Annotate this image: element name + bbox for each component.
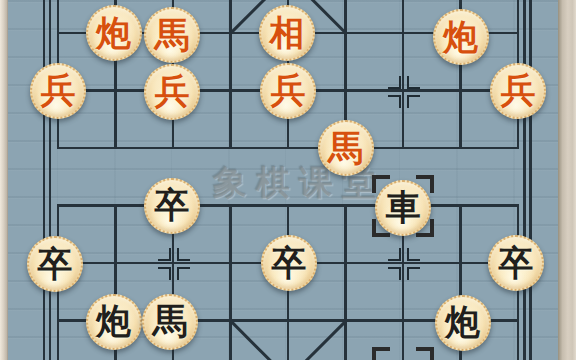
piece-character: 馬: [155, 17, 190, 52]
board-border-line-1: [49, 0, 52, 360]
piece-black-cannon[interactable]: 炮: [435, 295, 491, 351]
board-border-line-0: [43, 0, 46, 360]
piece-character: 炮: [445, 304, 480, 339]
piece-black-soldier[interactable]: 卒: [144, 178, 200, 234]
point-marker-corner: [407, 267, 420, 280]
piece-red-soldier[interactable]: 兵: [144, 64, 200, 120]
point-marker-corner: [177, 267, 190, 280]
point-marker-corner: [388, 95, 401, 108]
piece-red-elephant[interactable]: 相: [259, 5, 315, 61]
background-strip-left: [0, 0, 8, 360]
board-border-line-2: [523, 0, 526, 360]
board-border-line-3: [529, 0, 532, 360]
piece-character: 兵: [271, 72, 306, 107]
point-marker-corner: [388, 267, 401, 280]
background-strip-right: [558, 0, 576, 360]
piece-red-soldier[interactable]: 兵: [30, 63, 86, 119]
piece-character: 炮: [96, 303, 131, 338]
piece-character: 馬: [153, 303, 188, 338]
point-marker-corner: [407, 95, 420, 108]
piece-red-soldier[interactable]: 兵: [490, 63, 546, 119]
piece-character: 兵: [41, 72, 76, 107]
piece-character: 相: [270, 15, 305, 50]
piece-character: 馬: [328, 130, 363, 165]
point-marker-6-6: [388, 248, 418, 278]
piece-character: 兵: [155, 73, 190, 108]
point-marker-corner: [158, 248, 171, 261]
piece-red-horse[interactable]: 馬: [144, 7, 200, 63]
piece-red-soldier[interactable]: 兵: [260, 63, 316, 119]
bracket-corner: [416, 347, 434, 360]
piece-black-horse[interactable]: 馬: [142, 294, 198, 350]
piece-black-cannon[interactable]: 炮: [86, 294, 142, 350]
piece-red-cannon[interactable]: 炮: [433, 9, 489, 65]
point-marker-corner: [158, 267, 171, 280]
xiangqi-board-frame: 炮馬相炮兵兵兵兵馬卒車卒卒卒炮馬炮 象棋课堂: [0, 0, 576, 360]
piece-character: 車: [386, 189, 421, 224]
move-origin-bracket: [372, 347, 434, 360]
piece-character: 兵: [501, 72, 536, 107]
piece-character: 卒: [38, 246, 73, 281]
file-line-5-bottom: [344, 204, 347, 360]
point-marker-corner: [177, 248, 190, 261]
piece-character: 卒: [272, 245, 307, 280]
piece-black-chariot[interactable]: 車: [375, 180, 431, 236]
point-marker-corner: [388, 76, 401, 89]
piece-character: 炮: [96, 15, 131, 50]
point-marker-2-6: [158, 248, 188, 278]
point-marker-corner: [407, 248, 420, 261]
piece-black-soldier[interactable]: 卒: [27, 236, 83, 292]
piece-character: 卒: [499, 245, 534, 280]
point-marker-corner: [407, 76, 420, 89]
piece-red-cannon[interactable]: 炮: [86, 5, 142, 61]
piece-character: 炮: [443, 19, 478, 54]
piece-black-soldier[interactable]: 卒: [261, 235, 317, 291]
piece-black-soldier[interactable]: 卒: [488, 235, 544, 291]
file-line-3-bottom: [229, 204, 232, 360]
bracket-corner: [372, 347, 390, 360]
point-marker-corner: [388, 248, 401, 261]
file-line-3-top: [229, 0, 232, 149]
piece-red-horse[interactable]: 馬: [318, 120, 374, 176]
point-marker-6-3: [388, 76, 418, 106]
piece-character: 卒: [155, 187, 190, 222]
